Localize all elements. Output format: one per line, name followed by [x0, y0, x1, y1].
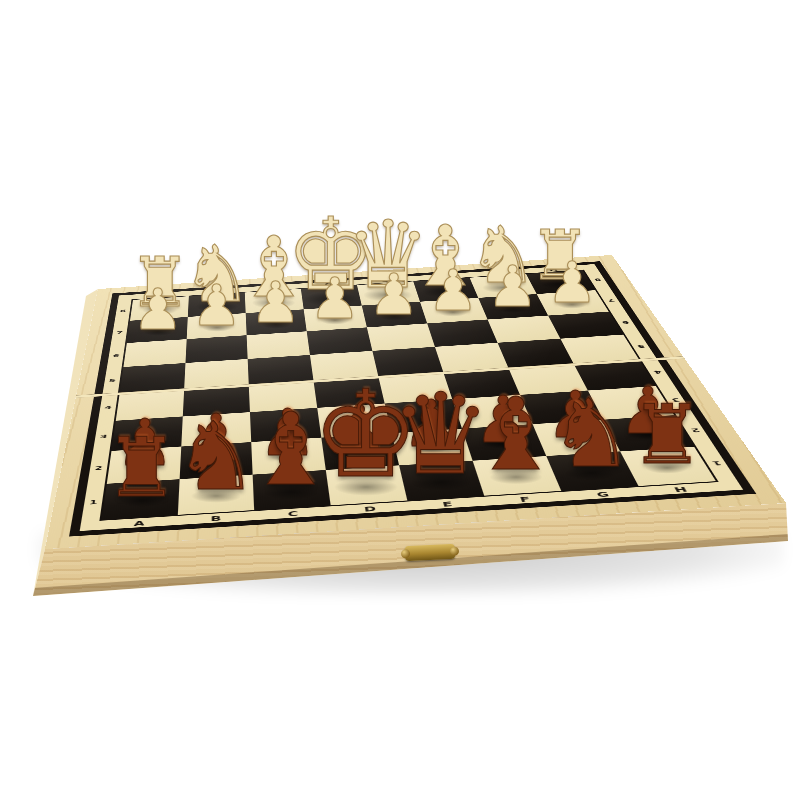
rank-label-left-2: 2 [94, 465, 102, 471]
piece-white-pawn-c7[interactable]: ♟ [250, 274, 301, 331]
piece-brown-rook-h1[interactable]: ♜ [630, 394, 704, 476]
piece-white-pawn-f7[interactable]: ♟ [428, 263, 479, 320]
rank-label-left-1: 1 [89, 499, 98, 505]
piece-white-pawn-a7[interactable]: ♟ [133, 282, 184, 339]
rank-label-left-5: 5 [109, 378, 116, 382]
file-label-near-d: D [364, 505, 377, 513]
rank-label-left-8: 8 [120, 309, 127, 313]
rank-label-right-7: 7 [606, 298, 615, 302]
piece-white-pawn-e7[interactable]: ♟ [369, 266, 420, 323]
rank-label-left-4: 4 [104, 405, 112, 410]
file-label-near-b: B [211, 514, 222, 522]
file-label-near-e: E [441, 500, 453, 507]
piece-brown-rook-a1[interactable]: ♜ [105, 427, 179, 509]
rank-label-left-6: 6 [113, 353, 120, 357]
file-label-near-a: A [133, 519, 145, 527]
rank-label-right-6: 6 [621, 320, 630, 324]
file-label-near-f: F [519, 495, 531, 502]
file-label-near-c: C [287, 509, 298, 517]
piece-white-pawn-h7[interactable]: ♟ [547, 255, 598, 312]
brass-clasp-icon [405, 544, 456, 562]
piece-white-pawn-d7[interactable]: ♟ [309, 270, 360, 327]
piece-white-pawn-b7[interactable]: ♟ [191, 278, 242, 335]
chess-set-photo: AABBCCDDEEFFGGHH1122334455667788 ♜♞♝♚♛♝♞… [0, 0, 800, 800]
piece-brown-bishop-f1[interactable]: ♝ [471, 385, 561, 485]
rank-label-left-7: 7 [116, 330, 123, 334]
piece-brown-knight-g1[interactable]: ♞ [549, 387, 633, 481]
piece-white-pawn-g7[interactable]: ♟ [487, 259, 538, 316]
